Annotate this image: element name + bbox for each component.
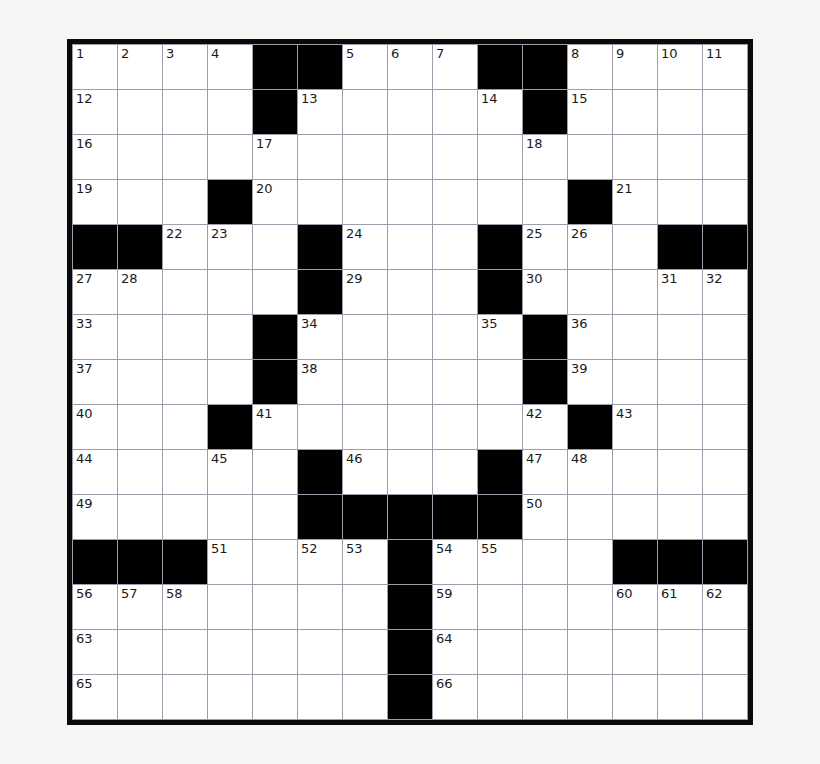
grid-cell[interactable]	[568, 675, 612, 719]
grid-cell[interactable]	[253, 270, 297, 314]
grid-cell[interactable]	[658, 675, 702, 719]
clue-number: 9	[616, 46, 624, 61]
grid-cell[interactable]: 60	[613, 585, 657, 629]
grid-cell[interactable]	[568, 270, 612, 314]
black-cell	[523, 45, 567, 89]
clue-number: 52	[301, 541, 318, 556]
grid-cell[interactable]	[568, 585, 612, 629]
grid-cell[interactable]	[658, 360, 702, 404]
grid-cell[interactable]	[523, 540, 567, 584]
grid-cell[interactable]: 11	[703, 45, 747, 89]
grid-cell[interactable]: 24	[343, 225, 387, 269]
grid-cell[interactable]: 65	[73, 675, 117, 719]
grid-cell[interactable]	[118, 135, 162, 179]
black-cell	[703, 225, 747, 269]
grid-cell[interactable]	[658, 450, 702, 494]
grid-cell[interactable]	[433, 360, 477, 404]
grid-cell[interactable]	[163, 450, 207, 494]
grid-cell[interactable]	[208, 585, 252, 629]
grid-cell[interactable]	[613, 450, 657, 494]
grid-cell[interactable]: 53	[343, 540, 387, 584]
grid-cell[interactable]	[253, 675, 297, 719]
clue-number: 24	[346, 226, 363, 241]
grid-cell[interactable]	[253, 630, 297, 674]
grid-cell[interactable]	[478, 180, 522, 224]
grid-cell[interactable]: 2	[118, 45, 162, 89]
grid-cell[interactable]	[343, 630, 387, 674]
clue-number: 21	[616, 181, 633, 196]
grid-cell[interactable]	[658, 405, 702, 449]
grid-cell[interactable]	[478, 675, 522, 719]
grid-cell[interactable]: 62	[703, 585, 747, 629]
clue-number: 59	[436, 586, 453, 601]
grid-cell[interactable]: 16	[73, 135, 117, 179]
grid-cell[interactable]	[388, 135, 432, 179]
black-cell	[478, 225, 522, 269]
grid-cell[interactable]	[208, 675, 252, 719]
grid-cell[interactable]	[478, 135, 522, 179]
clue-number: 8	[571, 46, 579, 61]
clue-number: 63	[76, 631, 93, 646]
grid-cell[interactable]: 14	[478, 90, 522, 134]
black-cell	[208, 405, 252, 449]
grid-cell[interactable]: 31	[658, 270, 702, 314]
grid-cell[interactable]: 5	[343, 45, 387, 89]
grid-cell[interactable]	[343, 180, 387, 224]
puzzle-area: 1234567891011121314151617181920212223242…	[0, 0, 820, 764]
grid-cell[interactable]: 41	[253, 405, 297, 449]
black-cell	[388, 630, 432, 674]
black-cell	[523, 90, 567, 134]
grid-cell[interactable]	[253, 450, 297, 494]
grid-cell[interactable]	[478, 630, 522, 674]
clue-number: 27	[76, 271, 93, 286]
black-cell	[478, 45, 522, 89]
grid-cell[interactable]	[208, 360, 252, 404]
clue-number: 41	[256, 406, 273, 421]
clue-number: 16	[76, 136, 93, 151]
grid-cell[interactable]	[208, 135, 252, 179]
clue-number: 50	[526, 496, 543, 511]
clue-number: 7	[436, 46, 444, 61]
grid-cell[interactable]	[298, 630, 342, 674]
black-cell	[478, 270, 522, 314]
grid-cell[interactable]	[433, 225, 477, 269]
black-cell	[478, 495, 522, 539]
grid-cell[interactable]	[703, 315, 747, 359]
clue-number: 47	[526, 451, 543, 466]
clue-number: 62	[706, 586, 723, 601]
grid-cell[interactable]: 63	[73, 630, 117, 674]
grid-cell[interactable]	[163, 630, 207, 674]
grid-cell[interactable]	[343, 675, 387, 719]
grid-cell[interactable]: 21	[613, 180, 657, 224]
grid-cell[interactable]	[703, 675, 747, 719]
clue-number: 48	[571, 451, 588, 466]
grid-cell[interactable]: 4	[208, 45, 252, 89]
grid-cell[interactable]	[433, 90, 477, 134]
clue-number: 49	[76, 496, 93, 511]
grid-cell[interactable]	[253, 495, 297, 539]
grid-cell[interactable]: 10	[658, 45, 702, 89]
black-cell	[118, 225, 162, 269]
grid-cell[interactable]: 57	[118, 585, 162, 629]
grid-cell[interactable]	[388, 315, 432, 359]
grid-cell[interactable]	[208, 630, 252, 674]
clue-number: 10	[661, 46, 678, 61]
grid-cell[interactable]	[613, 630, 657, 674]
clue-number: 33	[76, 316, 93, 331]
grid-cell[interactable]	[118, 405, 162, 449]
grid-cell[interactable]	[658, 315, 702, 359]
grid-cell[interactable]: 52	[298, 540, 342, 584]
grid-cell[interactable]	[163, 270, 207, 314]
black-cell	[298, 225, 342, 269]
grid-cell[interactable]: 43	[613, 405, 657, 449]
grid-cell[interactable]: 64	[433, 630, 477, 674]
grid-cell[interactable]	[613, 225, 657, 269]
grid-cell[interactable]	[208, 90, 252, 134]
black-cell	[298, 495, 342, 539]
grid-cell[interactable]	[343, 585, 387, 629]
grid-cell[interactable]	[703, 90, 747, 134]
clue-number: 39	[571, 361, 588, 376]
clue-number: 56	[76, 586, 93, 601]
grid-cell[interactable]: 49	[73, 495, 117, 539]
grid-cell[interactable]	[523, 675, 567, 719]
black-cell	[568, 180, 612, 224]
grid-cell[interactable]	[613, 360, 657, 404]
grid-cell[interactable]	[433, 270, 477, 314]
grid-cell[interactable]: 44	[73, 450, 117, 494]
clue-number: 4	[211, 46, 219, 61]
grid-cell[interactable]	[613, 315, 657, 359]
black-cell	[388, 495, 432, 539]
grid-cell[interactable]	[433, 315, 477, 359]
grid-cell[interactable]: 15	[568, 90, 612, 134]
grid-cell[interactable]	[118, 495, 162, 539]
clue-number: 19	[76, 181, 93, 196]
grid-cell[interactable]	[163, 405, 207, 449]
grid-cell[interactable]	[568, 540, 612, 584]
clue-number: 18	[526, 136, 543, 151]
grid-cell[interactable]	[388, 90, 432, 134]
clue-number: 55	[481, 541, 498, 556]
grid-cell[interactable]	[658, 180, 702, 224]
grid-cell[interactable]: 9	[613, 45, 657, 89]
clue-number: 17	[256, 136, 273, 151]
clue-number: 37	[76, 361, 93, 376]
clue-number: 34	[301, 316, 318, 331]
grid-cell[interactable]: 50	[523, 495, 567, 539]
grid-cell[interactable]	[613, 270, 657, 314]
clue-number: 30	[526, 271, 543, 286]
clue-number: 46	[346, 451, 363, 466]
black-cell	[163, 540, 207, 584]
grid-cell[interactable]: 47	[523, 450, 567, 494]
grid-cell[interactable]: 3	[163, 45, 207, 89]
grid-cell[interactable]	[703, 360, 747, 404]
clue-number: 6	[391, 46, 399, 61]
grid-cell[interactable]	[433, 180, 477, 224]
grid-cell[interactable]: 66	[433, 675, 477, 719]
clue-number: 15	[571, 91, 588, 106]
grid-cell[interactable]	[523, 585, 567, 629]
grid-cell[interactable]	[568, 495, 612, 539]
grid-cell[interactable]	[163, 135, 207, 179]
black-cell	[658, 225, 702, 269]
grid-cell[interactable]	[118, 630, 162, 674]
grid-cell[interactable]	[343, 360, 387, 404]
clue-number: 26	[571, 226, 588, 241]
grid-cell[interactable]	[163, 180, 207, 224]
grid-cell[interactable]	[658, 135, 702, 179]
grid-cell[interactable]	[478, 405, 522, 449]
grid-cell[interactable]	[163, 360, 207, 404]
clue-number: 65	[76, 676, 93, 691]
grid-cell[interactable]	[703, 450, 747, 494]
grid-cell[interactable]	[253, 540, 297, 584]
black-cell	[253, 315, 297, 359]
grid-cell[interactable]: 45	[208, 450, 252, 494]
grid-cell[interactable]: 55	[478, 540, 522, 584]
grid-cell[interactable]	[163, 495, 207, 539]
grid-cell[interactable]	[343, 135, 387, 179]
grid-cell[interactable]: 23	[208, 225, 252, 269]
black-cell	[208, 180, 252, 224]
grid-cell[interactable]	[208, 270, 252, 314]
grid-cell[interactable]: 17	[253, 135, 297, 179]
clue-number: 61	[661, 586, 678, 601]
black-cell	[658, 540, 702, 584]
clue-number: 22	[166, 226, 183, 241]
clue-number: 2	[121, 46, 129, 61]
grid-cell[interactable]	[478, 585, 522, 629]
black-cell	[613, 540, 657, 584]
grid-cell[interactable]	[613, 90, 657, 134]
clue-number: 3	[166, 46, 174, 61]
grid-cell[interactable]	[613, 495, 657, 539]
clue-number: 25	[526, 226, 543, 241]
grid-cell[interactable]	[703, 135, 747, 179]
clue-number: 1	[76, 46, 84, 61]
grid-cell[interactable]	[703, 405, 747, 449]
grid-cell[interactable]: 20	[253, 180, 297, 224]
grid-cell[interactable]: 18	[523, 135, 567, 179]
grid-cell[interactable]	[343, 405, 387, 449]
grid-cell[interactable]	[658, 90, 702, 134]
clue-number: 20	[256, 181, 273, 196]
black-cell	[478, 450, 522, 494]
grid-cell[interactable]: 6	[388, 45, 432, 89]
grid-cell[interactable]: 48	[568, 450, 612, 494]
grid-cell[interactable]	[568, 135, 612, 179]
clue-number: 51	[211, 541, 228, 556]
black-cell	[118, 540, 162, 584]
grid-cell[interactable]	[703, 495, 747, 539]
black-cell	[433, 495, 477, 539]
clue-number: 53	[346, 541, 363, 556]
grid-cell[interactable]: 36	[568, 315, 612, 359]
grid-cell[interactable]: 29	[343, 270, 387, 314]
clue-number: 36	[571, 316, 588, 331]
black-cell	[253, 360, 297, 404]
grid-cell[interactable]	[658, 495, 702, 539]
grid-cell[interactable]: 51	[208, 540, 252, 584]
grid-cell[interactable]	[118, 90, 162, 134]
black-cell	[253, 90, 297, 134]
grid-cell[interactable]: 35	[478, 315, 522, 359]
black-cell	[568, 405, 612, 449]
black-cell	[343, 495, 387, 539]
grid-cell[interactable]	[388, 405, 432, 449]
clue-number: 64	[436, 631, 453, 646]
grid-cell[interactable]: 33	[73, 315, 117, 359]
grid-cell[interactable]	[388, 225, 432, 269]
grid-cell[interactable]	[163, 90, 207, 134]
black-cell	[388, 675, 432, 719]
grid-cell[interactable]	[388, 450, 432, 494]
grid-cell[interactable]	[253, 225, 297, 269]
grid-cell[interactable]: 58	[163, 585, 207, 629]
clue-number: 60	[616, 586, 633, 601]
grid-cell[interactable]	[388, 360, 432, 404]
grid-cell[interactable]: 19	[73, 180, 117, 224]
grid-cell[interactable]	[703, 180, 747, 224]
clue-number: 23	[211, 226, 228, 241]
clue-number: 54	[436, 541, 453, 556]
grid-cell[interactable]	[433, 450, 477, 494]
clue-number: 11	[706, 46, 723, 61]
clue-number: 42	[526, 406, 543, 421]
clue-number: 32	[706, 271, 723, 286]
black-cell	[253, 45, 297, 89]
grid-cell[interactable]: 38	[298, 360, 342, 404]
clue-number: 57	[121, 586, 138, 601]
grid-cell[interactable]: 12	[73, 90, 117, 134]
grid-cell[interactable]	[118, 360, 162, 404]
clue-number: 29	[346, 271, 363, 286]
grid-cell[interactable]: 8	[568, 45, 612, 89]
grid-cell[interactable]	[298, 585, 342, 629]
grid-cell[interactable]	[298, 405, 342, 449]
clue-number: 28	[121, 271, 138, 286]
grid-cell[interactable]	[388, 270, 432, 314]
grid-cell[interactable]: 34	[298, 315, 342, 359]
grid-cell[interactable]: 56	[73, 585, 117, 629]
grid-cell[interactable]	[703, 630, 747, 674]
black-cell	[523, 315, 567, 359]
grid-cell[interactable]	[613, 135, 657, 179]
grid-cell[interactable]: 22	[163, 225, 207, 269]
black-cell	[523, 360, 567, 404]
grid-cell[interactable]: 39	[568, 360, 612, 404]
grid-cell[interactable]: 1	[73, 45, 117, 89]
grid-cell[interactable]	[118, 180, 162, 224]
grid-cell[interactable]	[118, 450, 162, 494]
grid-cell[interactable]: 30	[523, 270, 567, 314]
grid-cell[interactable]: 26	[568, 225, 612, 269]
black-cell	[388, 585, 432, 629]
grid-cell[interactable]: 59	[433, 585, 477, 629]
black-cell	[298, 270, 342, 314]
grid-cell[interactable]	[658, 630, 702, 674]
grid-cell[interactable]	[433, 405, 477, 449]
grid-cell[interactable]: 27	[73, 270, 117, 314]
grid-cell[interactable]	[163, 315, 207, 359]
grid-cell[interactable]	[388, 180, 432, 224]
grid-cell[interactable]: 13	[298, 90, 342, 134]
grid-cell[interactable]: 28	[118, 270, 162, 314]
grid-cell[interactable]	[253, 585, 297, 629]
clue-number: 31	[661, 271, 678, 286]
black-cell	[298, 45, 342, 89]
clue-number: 43	[616, 406, 633, 421]
grid-cell[interactable]	[478, 360, 522, 404]
grid-cell[interactable]	[523, 630, 567, 674]
grid-cell[interactable]: 61	[658, 585, 702, 629]
crossword-grid: 1234567891011121314151617181920212223242…	[67, 39, 753, 725]
grid-cell[interactable]: 54	[433, 540, 477, 584]
grid-cell[interactable]: 46	[343, 450, 387, 494]
black-cell	[388, 540, 432, 584]
clue-number: 38	[301, 361, 318, 376]
clue-number: 45	[211, 451, 228, 466]
grid-cell[interactable]	[433, 135, 477, 179]
clue-number: 35	[481, 316, 498, 331]
grid-cell[interactable]	[568, 630, 612, 674]
grid-cell[interactable]: 32	[703, 270, 747, 314]
grid-cell[interactable]	[208, 315, 252, 359]
grid-cell[interactable]	[298, 675, 342, 719]
grid-cell[interactable]	[298, 180, 342, 224]
grid-cell[interactable]	[613, 675, 657, 719]
grid-cell[interactable]	[343, 90, 387, 134]
grid-cell[interactable]: 42	[523, 405, 567, 449]
grid-cell[interactable]	[343, 315, 387, 359]
grid-cell[interactable]	[118, 315, 162, 359]
grid-cell[interactable]: 40	[73, 405, 117, 449]
clue-number: 40	[76, 406, 93, 421]
clue-number: 12	[76, 91, 93, 106]
clue-number: 5	[346, 46, 354, 61]
grid-cell[interactable]	[118, 675, 162, 719]
clue-number: 14	[481, 91, 498, 106]
black-cell	[73, 225, 117, 269]
clue-number: 44	[76, 451, 93, 466]
black-cell	[298, 450, 342, 494]
grid-cell[interactable]: 7	[433, 45, 477, 89]
grid-cell[interactable]	[523, 180, 567, 224]
grid-cell[interactable]	[208, 495, 252, 539]
grid-cell[interactable]	[298, 135, 342, 179]
clue-number: 58	[166, 586, 183, 601]
grid-cell[interactable]: 37	[73, 360, 117, 404]
black-cell	[73, 540, 117, 584]
black-cell	[703, 540, 747, 584]
clue-number: 66	[436, 676, 453, 691]
clue-number: 13	[301, 91, 318, 106]
grid-cell[interactable]	[163, 675, 207, 719]
grid-cell[interactable]: 25	[523, 225, 567, 269]
